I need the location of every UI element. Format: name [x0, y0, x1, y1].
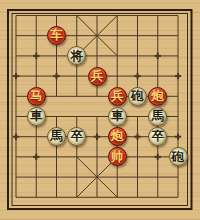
- intersection: 馬: [148, 106, 168, 126]
- piece-red-chariot[interactable]: 车: [47, 26, 66, 45]
- intersection: 馬: [46, 127, 66, 147]
- intersection: 帅: [107, 147, 127, 167]
- intersection: 卒: [148, 127, 168, 147]
- intersection: 兵: [87, 66, 107, 86]
- intersection: 炮: [148, 86, 168, 106]
- intersection: 卒: [67, 127, 87, 147]
- piece-red-pawn-2[interactable]: 兵: [108, 87, 127, 106]
- intersection: 兵: [107, 86, 127, 106]
- piece-black-cannon-1[interactable]: 砲: [128, 87, 147, 106]
- piece-black-general[interactable]: 将: [67, 46, 86, 65]
- intersection: 車: [26, 106, 46, 126]
- piece-red-cannon-2[interactable]: 炮: [108, 127, 127, 146]
- pieces-layer[interactable]: 车将兵马兵砲炮車車馬馬卒炮卒帅砲: [6, 5, 188, 207]
- piece-red-horse[interactable]: 马: [27, 87, 46, 106]
- intersection: 将: [67, 46, 87, 66]
- intersection: 砲: [168, 147, 188, 167]
- piece-black-horse-1[interactable]: 馬: [148, 107, 167, 126]
- intersection: 炮: [107, 127, 127, 147]
- piece-black-horse-2[interactable]: 馬: [47, 127, 66, 146]
- piece-black-pawn-1[interactable]: 卒: [67, 127, 86, 146]
- intersection: 車: [107, 106, 127, 126]
- piece-black-cannon-2[interactable]: 砲: [169, 147, 188, 166]
- piece-red-pawn-1[interactable]: 兵: [88, 67, 107, 86]
- piece-red-cannon-1[interactable]: 炮: [148, 87, 167, 106]
- piece-red-general[interactable]: 帅: [108, 147, 127, 166]
- piece-black-pawn-2[interactable]: 卒: [148, 127, 167, 146]
- intersection: 车: [46, 26, 66, 46]
- xiangqi-app: 车将兵马兵砲炮車車馬馬卒炮卒帅砲: [0, 0, 200, 220]
- piece-black-chariot-1[interactable]: 車: [27, 107, 46, 126]
- intersection: 马: [26, 86, 46, 106]
- piece-black-chariot-2[interactable]: 車: [108, 107, 127, 126]
- intersection: 砲: [127, 86, 147, 106]
